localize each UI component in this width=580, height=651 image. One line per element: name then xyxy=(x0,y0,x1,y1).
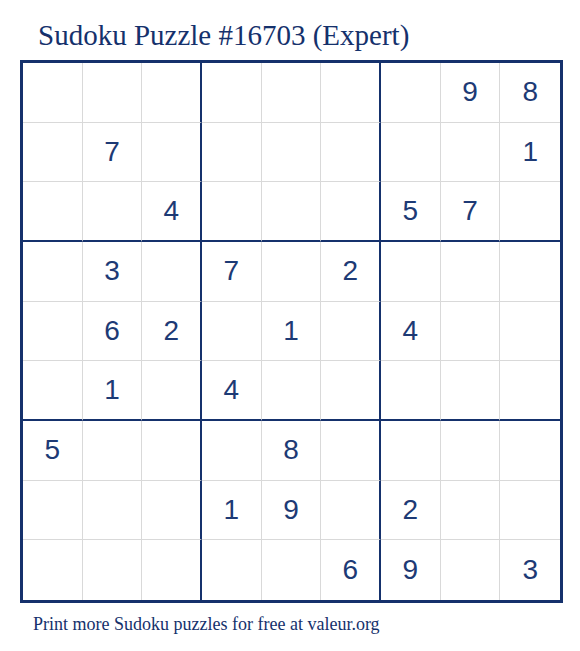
cell-r4c3[interactable] xyxy=(142,242,202,302)
cell-r2c6[interactable] xyxy=(321,123,381,183)
given-digit-r5c7[interactable]: 4 xyxy=(381,302,441,362)
cell-r9c5[interactable] xyxy=(262,540,322,600)
cell-r2c3[interactable] xyxy=(142,123,202,183)
cell-r9c1[interactable] xyxy=(23,540,83,600)
given-digit-r1c9[interactable]: 8 xyxy=(500,63,560,123)
cell-r4c7[interactable] xyxy=(381,242,441,302)
cell-r3c9[interactable] xyxy=(500,182,560,242)
given-digit-r2c9[interactable]: 1 xyxy=(500,123,560,183)
given-digit-r9c9[interactable]: 3 xyxy=(500,540,560,600)
given-digit-r3c3[interactable]: 4 xyxy=(142,182,202,242)
given-digit-r2c2[interactable]: 7 xyxy=(83,123,143,183)
cell-r6c7[interactable] xyxy=(381,361,441,421)
cell-r2c5[interactable] xyxy=(262,123,322,183)
given-digit-r9c6[interactable]: 6 xyxy=(321,540,381,600)
given-digit-r6c2[interactable]: 1 xyxy=(83,361,143,421)
cell-r6c3[interactable] xyxy=(142,361,202,421)
given-digit-r4c4[interactable]: 7 xyxy=(202,242,262,302)
cell-r7c8[interactable] xyxy=(441,421,501,481)
cell-r7c3[interactable] xyxy=(142,421,202,481)
cell-r2c4[interactable] xyxy=(202,123,262,183)
cell-r4c5[interactable] xyxy=(262,242,322,302)
cell-r2c8[interactable] xyxy=(441,123,501,183)
given-digit-r3c8[interactable]: 7 xyxy=(441,182,501,242)
cell-r1c7[interactable] xyxy=(381,63,441,123)
cell-r6c1[interactable] xyxy=(23,361,83,421)
given-digit-r5c5[interactable]: 1 xyxy=(262,302,322,362)
cell-r5c9[interactable] xyxy=(500,302,560,362)
cell-r1c3[interactable] xyxy=(142,63,202,123)
cell-r7c2[interactable] xyxy=(83,421,143,481)
given-digit-r1c8[interactable]: 9 xyxy=(441,63,501,123)
sudoku-print-page: Sudoku Puzzle #16703 (Expert) 9871457372… xyxy=(0,0,580,651)
cell-r9c8[interactable] xyxy=(441,540,501,600)
cell-r5c8[interactable] xyxy=(441,302,501,362)
cell-r5c4[interactable] xyxy=(202,302,262,362)
given-digit-r6c4[interactable]: 4 xyxy=(202,361,262,421)
cell-r9c2[interactable] xyxy=(83,540,143,600)
cell-r1c6[interactable] xyxy=(321,63,381,123)
cell-r3c1[interactable] xyxy=(23,182,83,242)
cell-r6c8[interactable] xyxy=(441,361,501,421)
given-digit-r5c2[interactable]: 6 xyxy=(83,302,143,362)
cell-r5c6[interactable] xyxy=(321,302,381,362)
cell-r6c5[interactable] xyxy=(262,361,322,421)
cell-r9c4[interactable] xyxy=(202,540,262,600)
given-digit-r5c3[interactable]: 2 xyxy=(142,302,202,362)
cell-r4c9[interactable] xyxy=(500,242,560,302)
cell-r5c1[interactable] xyxy=(23,302,83,362)
cell-r1c4[interactable] xyxy=(202,63,262,123)
given-digit-r3c7[interactable]: 5 xyxy=(381,182,441,242)
given-digit-r8c7[interactable]: 2 xyxy=(381,481,441,541)
cell-r8c1[interactable] xyxy=(23,481,83,541)
cell-r9c3[interactable] xyxy=(142,540,202,600)
footer-note: Print more Sudoku puzzles for free at va… xyxy=(33,614,380,635)
cell-r8c8[interactable] xyxy=(441,481,501,541)
cell-r3c5[interactable] xyxy=(262,182,322,242)
cell-r8c9[interactable] xyxy=(500,481,560,541)
cell-r7c4[interactable] xyxy=(202,421,262,481)
given-digit-r9c7[interactable]: 9 xyxy=(381,540,441,600)
cell-r8c6[interactable] xyxy=(321,481,381,541)
given-digit-r8c5[interactable]: 9 xyxy=(262,481,322,541)
page-title: Sudoku Puzzle #16703 (Expert) xyxy=(38,19,409,52)
cell-r3c6[interactable] xyxy=(321,182,381,242)
given-digit-r4c2[interactable]: 3 xyxy=(83,242,143,302)
given-digit-r4c6[interactable]: 2 xyxy=(321,242,381,302)
cell-r4c8[interactable] xyxy=(441,242,501,302)
cell-r7c6[interactable] xyxy=(321,421,381,481)
given-digit-r7c1[interactable]: 5 xyxy=(23,421,83,481)
cell-r1c5[interactable] xyxy=(262,63,322,123)
given-digit-r8c4[interactable]: 1 xyxy=(202,481,262,541)
cell-r1c1[interactable] xyxy=(23,63,83,123)
cell-r3c2[interactable] xyxy=(83,182,143,242)
cell-r2c7[interactable] xyxy=(381,123,441,183)
cell-r7c7[interactable] xyxy=(381,421,441,481)
cell-r8c3[interactable] xyxy=(142,481,202,541)
cell-r6c6[interactable] xyxy=(321,361,381,421)
cell-r6c9[interactable] xyxy=(500,361,560,421)
cell-r2c1[interactable] xyxy=(23,123,83,183)
cell-r8c2[interactable] xyxy=(83,481,143,541)
cell-r3c4[interactable] xyxy=(202,182,262,242)
cell-r4c1[interactable] xyxy=(23,242,83,302)
cell-r1c2[interactable] xyxy=(83,63,143,123)
cell-r7c9[interactable] xyxy=(500,421,560,481)
given-digit-r7c5[interactable]: 8 xyxy=(262,421,322,481)
sudoku-board: 987145737262141458192693 xyxy=(20,60,563,603)
